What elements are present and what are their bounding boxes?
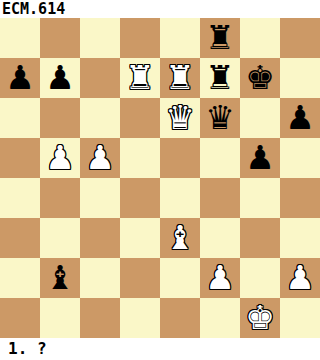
black-king-piece: ♚ xyxy=(245,58,275,98)
square-f5[interactable] xyxy=(200,138,240,178)
square-f3[interactable] xyxy=(200,218,240,258)
square-a6[interactable] xyxy=(0,98,40,138)
square-d7[interactable]: ♜ xyxy=(120,58,160,98)
move-prompt: 1. ? xyxy=(0,338,320,360)
square-a5[interactable] xyxy=(0,138,40,178)
square-c6[interactable] xyxy=(80,98,120,138)
square-c8[interactable] xyxy=(80,18,120,58)
square-e2[interactable] xyxy=(160,258,200,298)
square-a7[interactable]: ♟ xyxy=(0,58,40,98)
square-h2[interactable]: ♟ xyxy=(280,258,320,298)
white-queen-piece: ♛ xyxy=(165,98,195,138)
chess-diagram-window: ECM.614 ♜♟♟♜♜♜♚♛♛♟♟♟♟♝♝♟♟♚ 1. ? xyxy=(0,0,320,360)
square-g2[interactable] xyxy=(240,258,280,298)
square-c3[interactable] xyxy=(80,218,120,258)
square-a8[interactable] xyxy=(0,18,40,58)
square-a3[interactable] xyxy=(0,218,40,258)
square-g8[interactable] xyxy=(240,18,280,58)
square-e5[interactable] xyxy=(160,138,200,178)
square-g3[interactable] xyxy=(240,218,280,258)
square-b1[interactable] xyxy=(40,298,80,338)
square-f2[interactable]: ♟ xyxy=(200,258,240,298)
square-f4[interactable] xyxy=(200,178,240,218)
square-c1[interactable] xyxy=(80,298,120,338)
square-g6[interactable] xyxy=(240,98,280,138)
black-pawn-piece: ♟ xyxy=(285,98,315,138)
square-h8[interactable] xyxy=(280,18,320,58)
square-f8[interactable]: ♜ xyxy=(200,18,240,58)
square-h5[interactable] xyxy=(280,138,320,178)
square-b8[interactable] xyxy=(40,18,80,58)
black-queen-piece: ♛ xyxy=(205,98,235,138)
square-d5[interactable] xyxy=(120,138,160,178)
black-bishop-piece: ♝ xyxy=(45,258,75,298)
square-a4[interactable] xyxy=(0,178,40,218)
square-c5[interactable]: ♟ xyxy=(80,138,120,178)
white-king-piece: ♚ xyxy=(245,298,275,338)
black-pawn-piece: ♟ xyxy=(245,138,275,178)
square-d6[interactable] xyxy=(120,98,160,138)
puzzle-id-label: ECM.614 xyxy=(0,0,320,18)
square-e4[interactable] xyxy=(160,178,200,218)
square-g1[interactable]: ♚ xyxy=(240,298,280,338)
white-pawn-piece: ♟ xyxy=(285,258,315,298)
square-d2[interactable] xyxy=(120,258,160,298)
square-h1[interactable] xyxy=(280,298,320,338)
square-e7[interactable]: ♜ xyxy=(160,58,200,98)
square-b5[interactable]: ♟ xyxy=(40,138,80,178)
square-d8[interactable] xyxy=(120,18,160,58)
square-f7[interactable]: ♜ xyxy=(200,58,240,98)
white-rook-piece: ♜ xyxy=(165,58,195,98)
square-h6[interactable]: ♟ xyxy=(280,98,320,138)
square-h4[interactable] xyxy=(280,178,320,218)
square-b4[interactable] xyxy=(40,178,80,218)
square-h3[interactable] xyxy=(280,218,320,258)
square-b7[interactable]: ♟ xyxy=(40,58,80,98)
black-pawn-piece: ♟ xyxy=(45,58,75,98)
square-f1[interactable] xyxy=(200,298,240,338)
square-c2[interactable] xyxy=(80,258,120,298)
square-e1[interactable] xyxy=(160,298,200,338)
square-e8[interactable] xyxy=(160,18,200,58)
white-pawn-piece: ♟ xyxy=(45,138,75,178)
square-g5[interactable]: ♟ xyxy=(240,138,280,178)
black-rook-piece: ♜ xyxy=(205,58,235,98)
black-rook-piece: ♜ xyxy=(205,18,235,58)
square-a2[interactable] xyxy=(0,258,40,298)
square-b3[interactable] xyxy=(40,218,80,258)
square-c7[interactable] xyxy=(80,58,120,98)
white-pawn-piece: ♟ xyxy=(205,258,235,298)
square-g4[interactable] xyxy=(240,178,280,218)
square-d1[interactable] xyxy=(120,298,160,338)
square-d4[interactable] xyxy=(120,178,160,218)
black-pawn-piece: ♟ xyxy=(5,58,35,98)
square-e6[interactable]: ♛ xyxy=(160,98,200,138)
square-h7[interactable] xyxy=(280,58,320,98)
square-d3[interactable] xyxy=(120,218,160,258)
square-e3[interactable]: ♝ xyxy=(160,218,200,258)
square-b6[interactable] xyxy=(40,98,80,138)
white-rook-piece: ♜ xyxy=(125,58,155,98)
square-f6[interactable]: ♛ xyxy=(200,98,240,138)
square-b2[interactable]: ♝ xyxy=(40,258,80,298)
square-a1[interactable] xyxy=(0,298,40,338)
square-c4[interactable] xyxy=(80,178,120,218)
white-bishop-piece: ♝ xyxy=(165,218,195,258)
chess-board: ♜♟♟♜♜♜♚♛♛♟♟♟♟♝♝♟♟♚ xyxy=(0,18,320,338)
square-g7[interactable]: ♚ xyxy=(240,58,280,98)
white-pawn-piece: ♟ xyxy=(85,138,115,178)
